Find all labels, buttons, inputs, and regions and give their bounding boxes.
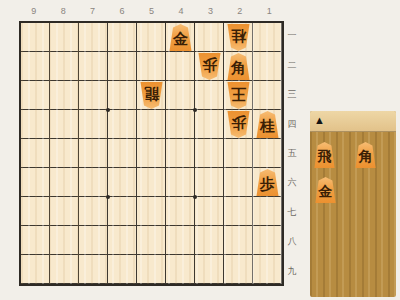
tsume-shogi-diagram: 987654321 一二三四五六七八九 金桂歩角龍王歩桂歩 ▲ 飛角金: [0, 0, 400, 300]
board-square[interactable]: [108, 23, 137, 52]
hand-piece-金[interactable]: 金: [314, 177, 337, 203]
star-point: [193, 195, 197, 199]
board-square[interactable]: [195, 139, 224, 168]
board-square[interactable]: [79, 168, 108, 197]
board-square[interactable]: [166, 81, 195, 110]
rank-coordinate-labels: 一二三四五六七八九: [285, 21, 299, 286]
rank-label: 四: [285, 109, 299, 138]
star-point: [193, 108, 197, 112]
star-point: [106, 195, 110, 199]
board-square[interactable]: [79, 139, 108, 168]
board-square[interactable]: [50, 197, 79, 226]
piece-kanji: 龍: [144, 86, 159, 101]
board-square[interactable]: [21, 139, 50, 168]
file-label: 9: [19, 2, 48, 19]
board-square[interactable]: [21, 110, 50, 139]
board-square[interactable]: [50, 226, 79, 255]
shogi-board: 金桂歩角龍王歩桂歩: [19, 21, 284, 286]
file-label: 1: [255, 2, 284, 19]
board-square[interactable]: [166, 110, 195, 139]
hand-piece-飛[interactable]: 飛: [313, 142, 336, 168]
board-square[interactable]: [137, 23, 166, 52]
board-square[interactable]: [195, 255, 224, 284]
board-square[interactable]: [79, 197, 108, 226]
piece-kanji: 桂: [260, 119, 275, 134]
board-square[interactable]: [166, 52, 195, 81]
board-square[interactable]: [21, 23, 50, 52]
star-point: [106, 108, 110, 112]
board-square[interactable]: [224, 226, 253, 255]
rank-label: 三: [285, 80, 299, 109]
piece-kanji: 飛: [318, 150, 332, 164]
board-square[interactable]: [79, 52, 108, 81]
board-square[interactable]: [253, 81, 282, 110]
board-square[interactable]: [21, 81, 50, 110]
board-square[interactable]: [108, 255, 137, 284]
piece-kanji: 王: [231, 86, 246, 101]
rank-label: 六: [285, 168, 299, 197]
board-square[interactable]: [79, 110, 108, 139]
board-square[interactable]: [108, 110, 137, 139]
board-square[interactable]: [108, 197, 137, 226]
board-square[interactable]: [79, 255, 108, 284]
piece-kanji: 金: [319, 185, 333, 199]
board-square[interactable]: [224, 168, 253, 197]
komadai-piece-stand: ▲ 飛角金: [310, 111, 396, 297]
board-square[interactable]: [224, 197, 253, 226]
board-square[interactable]: [137, 255, 166, 284]
board-square[interactable]: [224, 255, 253, 284]
file-label: 8: [48, 2, 77, 19]
board-square[interactable]: [50, 168, 79, 197]
board-square[interactable]: [21, 168, 50, 197]
board-square[interactable]: [195, 110, 224, 139]
board-square[interactable]: [108, 52, 137, 81]
board-square[interactable]: [253, 197, 282, 226]
board-square[interactable]: [108, 168, 137, 197]
board-square[interactable]: [137, 52, 166, 81]
board-square[interactable]: [253, 255, 282, 284]
board-square[interactable]: [79, 23, 108, 52]
board-square[interactable]: [108, 81, 137, 110]
hand-piece-角[interactable]: 角: [354, 142, 377, 168]
file-label: 7: [78, 2, 107, 19]
board-square[interactable]: [50, 23, 79, 52]
board-square[interactable]: [137, 197, 166, 226]
board-square[interactable]: [50, 52, 79, 81]
file-label: 5: [137, 2, 166, 19]
board-square[interactable]: [253, 226, 282, 255]
board-square[interactable]: [21, 255, 50, 284]
piece-kanji: 桂: [231, 28, 246, 43]
board-square[interactable]: [137, 110, 166, 139]
rank-label: 九: [285, 257, 299, 286]
board-square[interactable]: [137, 168, 166, 197]
piece-kanji: 歩: [231, 115, 246, 130]
board-square[interactable]: [195, 23, 224, 52]
board-square[interactable]: [195, 226, 224, 255]
file-coordinate-labels: 987654321: [19, 2, 284, 19]
board-square[interactable]: [137, 139, 166, 168]
board-square[interactable]: [253, 23, 282, 52]
board-square[interactable]: [21, 226, 50, 255]
board-square[interactable]: [137, 226, 166, 255]
board-square[interactable]: [166, 197, 195, 226]
file-label: 3: [196, 2, 225, 19]
komadai-top-rail: ▲: [310, 111, 396, 132]
board-square[interactable]: [166, 139, 195, 168]
rank-label: 五: [285, 139, 299, 168]
board-square[interactable]: [166, 168, 195, 197]
board-square[interactable]: [166, 226, 195, 255]
piece-kanji: 角: [231, 61, 246, 76]
board-square[interactable]: [166, 255, 195, 284]
board-square[interactable]: [108, 139, 137, 168]
rank-label: 八: [285, 227, 299, 256]
board-square[interactable]: [21, 197, 50, 226]
board-square[interactable]: [79, 226, 108, 255]
board-square[interactable]: [253, 52, 282, 81]
sente-turn-marker-icon: ▲: [314, 115, 325, 126]
piece-kanji: 角: [359, 150, 373, 164]
rank-label: 一: [285, 21, 299, 50]
board-square[interactable]: [195, 81, 224, 110]
file-label: 4: [166, 2, 195, 19]
file-label: 2: [225, 2, 254, 19]
rank-label: 七: [285, 198, 299, 227]
piece-kanji: 歩: [260, 177, 275, 192]
board-square[interactable]: [50, 110, 79, 139]
piece-kanji: 歩: [202, 57, 217, 72]
board-square[interactable]: [224, 139, 253, 168]
board-square[interactable]: [195, 197, 224, 226]
board-square[interactable]: [50, 255, 79, 284]
rank-label: 二: [285, 50, 299, 79]
board-square[interactable]: [79, 81, 108, 110]
board-square[interactable]: [50, 81, 79, 110]
board-square[interactable]: [108, 226, 137, 255]
file-label: 6: [107, 2, 136, 19]
board-square[interactable]: [50, 139, 79, 168]
piece-kanji: 金: [173, 32, 188, 47]
board-square[interactable]: [21, 52, 50, 81]
board-square[interactable]: [253, 139, 282, 168]
board-square[interactable]: [195, 168, 224, 197]
